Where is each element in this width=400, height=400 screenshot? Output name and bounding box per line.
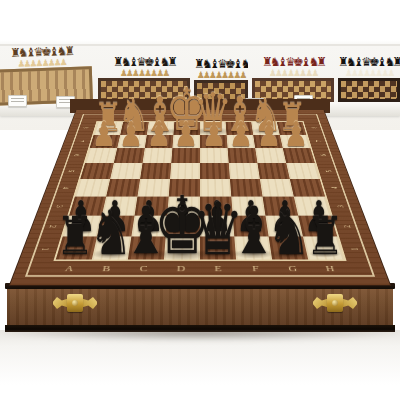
- bg-pawn-row-pieces: ♟♟♟♟♟♟♟♟: [194, 71, 248, 80]
- file-label-c: C: [124, 262, 163, 276]
- price-tag: [8, 95, 27, 107]
- square-c6[interactable]: [143, 148, 173, 163]
- file-label-e: E: [200, 262, 238, 276]
- square-g3[interactable]: [263, 197, 299, 216]
- square-d8[interactable]: [173, 122, 200, 135]
- rank-label-2: 2: [328, 221, 366, 233]
- rank-label-4: 4: [317, 183, 351, 193]
- square-d6[interactable]: [171, 148, 200, 163]
- rank-label-1: 1: [25, 242, 65, 255]
- file-label-h: H: [310, 262, 351, 276]
- square-g2[interactable]: [265, 216, 302, 237]
- bg-back-rank-pieces: ♜♞♝♛♚♝♞♜: [338, 56, 400, 69]
- file-label-a: A: [49, 262, 90, 276]
- bg-board-surface: [338, 78, 400, 102]
- square-f7[interactable]: [227, 135, 256, 149]
- square-f6[interactable]: [228, 148, 258, 163]
- chess-set-photo: ♜♞♝♛♚♝♞♜♟♟♟♟♟♟♟♟♜♞♝♛♚♝♞♜♟♟♟♟♟♟♟♟♜♞♝♛♚♝♞♜…: [0, 0, 400, 400]
- square-c8[interactable]: [147, 122, 175, 135]
- brass-latch-left[interactable]: [53, 293, 97, 313]
- square-g7[interactable]: [253, 135, 283, 149]
- file-label-g: G: [273, 262, 313, 276]
- latch-pin: [332, 300, 338, 306]
- rank-label-3: 3: [323, 201, 359, 212]
- square-c7[interactable]: [145, 135, 174, 149]
- square-b1[interactable]: [92, 236, 132, 259]
- square-c3[interactable]: [135, 197, 169, 216]
- rank-label-6: 6: [61, 151, 92, 159]
- bg-pawn-row-pieces: ♟♟♟♟♟♟♟♟: [98, 69, 190, 78]
- square-b5[interactable]: [110, 163, 142, 179]
- bg-back-rank-pieces: ♜♞♝♛♚♝♞♜: [252, 56, 334, 69]
- walnut-set-black-pieces: ♜♞♝♛♚♝♞♜♟♟♟♟♟♟♟♟: [98, 56, 190, 102]
- file-label-d: D: [162, 262, 200, 276]
- square-c5[interactable]: [140, 163, 171, 179]
- square-g8[interactable]: [251, 122, 280, 135]
- rank-label-3: 3: [42, 201, 78, 212]
- square-d1[interactable]: [164, 236, 200, 259]
- square-e6[interactable]: [200, 148, 229, 163]
- ebony-ivory-set: ♜♞♝♛♚♝♞♜♟♟♟♟♟♟♟♟: [338, 56, 400, 102]
- rank-label-5: 5: [55, 166, 88, 175]
- square-d4[interactable]: [169, 179, 200, 196]
- square-f4[interactable]: [230, 179, 263, 196]
- rank-label-1: 1: [335, 242, 375, 255]
- square-e7[interactable]: [200, 135, 228, 149]
- file-letters: ABCDEFGH: [49, 262, 351, 276]
- square-e2[interactable]: [200, 216, 234, 237]
- rank-label-8: 8: [71, 124, 100, 131]
- square-f3[interactable]: [231, 197, 265, 216]
- square-f2[interactable]: [233, 216, 269, 237]
- chess-board-lid: ABCDEFGH 12345678 12345678: [10, 110, 390, 285]
- box-front-face: [5, 283, 395, 333]
- maroon-pieces-set: ♜♞♝♛♚♝♞♜♟♟♟♟♟♟♟♟: [252, 56, 334, 102]
- square-d3[interactable]: [167, 197, 200, 216]
- square-f1[interactable]: [234, 236, 272, 259]
- rank-label-6: 6: [308, 151, 339, 159]
- base-molding: [5, 325, 395, 332]
- square-d2[interactable]: [166, 216, 200, 237]
- board-squares: [53, 121, 346, 260]
- bg-pawn-row-pieces: ♟♟♟♟♟♟♟♟: [252, 69, 334, 78]
- rank-label-7: 7: [66, 137, 96, 145]
- file-label-f: F: [237, 262, 276, 276]
- square-g6[interactable]: [255, 148, 286, 163]
- square-g4[interactable]: [260, 179, 294, 196]
- square-b6[interactable]: [114, 148, 145, 163]
- square-g5[interactable]: [257, 163, 289, 179]
- latch-wing-icon: [81, 297, 97, 309]
- square-c2[interactable]: [131, 216, 167, 237]
- rank-label-4: 4: [49, 183, 83, 193]
- square-b4[interactable]: [106, 179, 140, 196]
- square-c4[interactable]: [137, 179, 170, 196]
- square-e8[interactable]: [200, 122, 227, 135]
- square-g1[interactable]: [269, 236, 309, 259]
- file-label-b: B: [87, 262, 127, 276]
- square-b2[interactable]: [97, 216, 134, 237]
- bg-back-rank-pieces: ♜♞♝♛♚♝♞♜: [194, 58, 248, 71]
- square-b7[interactable]: [117, 135, 147, 149]
- bg-back-rank-pieces: ♜♞♝♛♚♝♞♜: [98, 56, 190, 69]
- square-e1[interactable]: [200, 236, 236, 259]
- square-e5[interactable]: [200, 163, 230, 179]
- square-e3[interactable]: [200, 197, 233, 216]
- rank-label-8: 8: [300, 124, 329, 131]
- brass-latch-right[interactable]: [313, 293, 357, 313]
- rank-label-2: 2: [34, 221, 72, 233]
- square-f8[interactable]: [226, 122, 254, 135]
- walnut-set-partial: ♜♞♝♛♚♝♞♜♟♟♟♟♟♟♟♟: [194, 58, 248, 102]
- square-d7[interactable]: [172, 135, 200, 149]
- latch-pin: [72, 300, 78, 306]
- square-e4[interactable]: [200, 179, 231, 196]
- square-f5[interactable]: [229, 163, 260, 179]
- bg-pawn-row-pieces: ♟♟♟♟♟♟♟♟: [338, 69, 400, 78]
- latch-wing-icon: [341, 297, 357, 309]
- square-d5[interactable]: [170, 163, 200, 179]
- square-b8[interactable]: [120, 122, 149, 135]
- rank-label-5: 5: [312, 166, 345, 175]
- square-c1[interactable]: [128, 236, 166, 259]
- rank-label-7: 7: [304, 137, 334, 145]
- square-b3[interactable]: [102, 197, 138, 216]
